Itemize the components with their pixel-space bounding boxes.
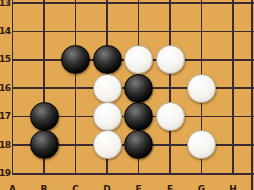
row-label-18: 18 xyxy=(0,141,11,150)
stone-black-C15 xyxy=(61,45,90,74)
stone-black-E18 xyxy=(124,130,153,159)
col-label-H: H xyxy=(227,185,239,190)
row-label-17: 17 xyxy=(0,112,11,121)
row-label-16: 16 xyxy=(0,84,11,93)
stone-white-F17 xyxy=(156,102,185,131)
right-crop-edge xyxy=(251,0,254,190)
col-label-C: C xyxy=(70,185,82,190)
go-board[interactable]: 13141516171819ABCDEFGH xyxy=(0,0,254,190)
stone-white-E15 xyxy=(124,45,153,74)
row-label-14: 14 xyxy=(0,27,11,36)
stone-black-E17 xyxy=(124,102,153,131)
stone-white-D16 xyxy=(93,74,122,103)
stone-white-G16 xyxy=(187,74,216,103)
stone-black-D15 xyxy=(93,45,122,74)
stone-white-G18 xyxy=(187,130,216,159)
stone-black-B17 xyxy=(30,102,59,131)
col-label-D: D xyxy=(101,185,113,190)
row-label-15: 15 xyxy=(0,55,11,64)
stone-black-E16 xyxy=(124,74,153,103)
row-label-19: 19 xyxy=(0,169,11,178)
col-label-A: A xyxy=(7,185,19,190)
row-label-13: 13 xyxy=(0,0,11,8)
stone-black-B18 xyxy=(30,130,59,159)
col-label-G: G xyxy=(196,185,208,190)
stone-grid xyxy=(0,0,249,188)
stone-white-F15 xyxy=(156,45,185,74)
col-label-F: F xyxy=(164,185,176,190)
col-label-E: E xyxy=(133,185,145,190)
stone-white-D17 xyxy=(93,102,122,131)
col-label-B: B xyxy=(38,185,50,190)
stone-white-D18 xyxy=(93,130,122,159)
